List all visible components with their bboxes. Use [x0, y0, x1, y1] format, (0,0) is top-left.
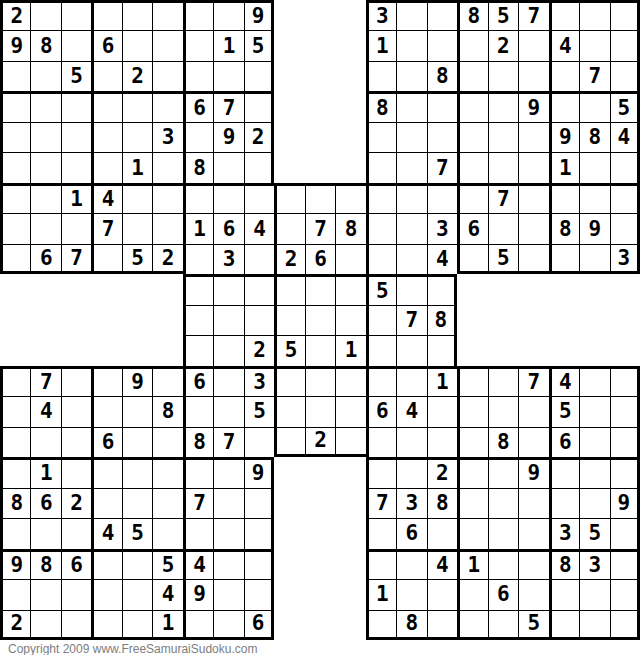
- cell-r18c2[interactable]: [30, 518, 60, 548]
- cell-r3c9[interactable]: [244, 61, 274, 91]
- cell-r15c10[interactable]: [274, 427, 304, 457]
- cell-r6c1[interactable]: [0, 152, 30, 182]
- cell-r12c14[interactable]: [396, 335, 426, 365]
- cell-r13c6[interactable]: [152, 366, 182, 396]
- cell-r17c2[interactable]: 6: [30, 488, 60, 518]
- cell-r9c10[interactable]: 2: [274, 244, 304, 274]
- cell-r11c9[interactable]: [244, 305, 274, 335]
- cell-r21c2[interactable]: [30, 610, 60, 640]
- cell-r7c3[interactable]: 1: [61, 183, 91, 213]
- cell-r8c19[interactable]: 8: [549, 213, 579, 243]
- cell-r14c16[interactable]: [457, 396, 487, 426]
- cell-r18c5[interactable]: 5: [122, 518, 152, 548]
- cell-r4c21[interactable]: 5: [610, 91, 640, 121]
- cell-r18c6[interactable]: [152, 518, 182, 548]
- cell-r5c9[interactable]: 2: [244, 122, 274, 152]
- cell-r12c15[interactable]: [427, 335, 457, 365]
- cell-r4c19[interactable]: [549, 91, 579, 121]
- cell-r14c18[interactable]: [518, 396, 548, 426]
- cell-r3c14[interactable]: [396, 61, 426, 91]
- cell-r21c1[interactable]: 2: [0, 610, 30, 640]
- cell-r17c9[interactable]: [244, 488, 274, 518]
- cell-r2c6[interactable]: [152, 30, 182, 60]
- cell-r15c1[interactable]: [0, 427, 30, 457]
- cell-r3c2[interactable]: [30, 61, 60, 91]
- cell-r11c14[interactable]: 7: [396, 305, 426, 335]
- cell-r18c4[interactable]: 4: [91, 518, 121, 548]
- cell-r18c13[interactable]: [366, 518, 396, 548]
- cell-r16c18[interactable]: 9: [518, 457, 548, 487]
- cell-r6c2[interactable]: [30, 152, 60, 182]
- cell-r16c9[interactable]: 9: [244, 457, 274, 487]
- cell-r1c13[interactable]: 3: [366, 0, 396, 30]
- cell-r9c21[interactable]: 3: [610, 244, 640, 274]
- cell-r21c17[interactable]: [488, 610, 518, 640]
- cell-r1c9[interactable]: 9: [244, 0, 274, 30]
- cell-r9c8[interactable]: 3: [213, 244, 243, 274]
- cell-r14c10[interactable]: [274, 396, 304, 426]
- cell-r5c15[interactable]: [427, 122, 457, 152]
- cell-r21c6[interactable]: 1: [152, 610, 182, 640]
- cell-r5c20[interactable]: 8: [579, 122, 609, 152]
- cell-r3c20[interactable]: 7: [579, 61, 609, 91]
- cell-r1c16[interactable]: 8: [457, 0, 487, 30]
- cell-r2c13[interactable]: 1: [366, 30, 396, 60]
- cell-r2c20[interactable]: [579, 30, 609, 60]
- cell-r15c12[interactable]: [335, 427, 365, 457]
- cell-r4c9[interactable]: [244, 91, 274, 121]
- cell-r21c15[interactable]: [427, 610, 457, 640]
- cell-r6c19[interactable]: 1: [549, 152, 579, 182]
- cell-r11c11[interactable]: [305, 305, 335, 335]
- cell-r8c9[interactable]: 4: [244, 213, 274, 243]
- cell-r3c18[interactable]: [518, 61, 548, 91]
- cell-r15c19[interactable]: 6: [549, 427, 579, 457]
- cell-r13c4[interactable]: [91, 366, 121, 396]
- cell-r21c13[interactable]: [366, 610, 396, 640]
- cell-r6c20[interactable]: [579, 152, 609, 182]
- cell-r1c15[interactable]: [427, 0, 457, 30]
- cell-r6c13[interactable]: [366, 152, 396, 182]
- cell-r5c7[interactable]: [183, 122, 213, 152]
- cell-r1c21[interactable]: [610, 0, 640, 30]
- cell-r16c19[interactable]: [549, 457, 579, 487]
- cell-r20c2[interactable]: [30, 579, 60, 609]
- cell-r18c18[interactable]: [518, 518, 548, 548]
- cell-r4c7[interactable]: 6: [183, 91, 213, 121]
- cell-r8c6[interactable]: [152, 213, 182, 243]
- cell-r13c15[interactable]: 1: [427, 366, 457, 396]
- cell-r6c6[interactable]: [152, 152, 182, 182]
- cell-r4c14[interactable]: [396, 91, 426, 121]
- cell-r6c7[interactable]: 8: [183, 152, 213, 182]
- cell-r12c7[interactable]: [183, 335, 213, 365]
- cell-r13c3[interactable]: [61, 366, 91, 396]
- cell-r20c14[interactable]: [396, 579, 426, 609]
- cell-r2c18[interactable]: [518, 30, 548, 60]
- cell-r7c12[interactable]: [335, 183, 365, 213]
- cell-r2c16[interactable]: [457, 30, 487, 60]
- cell-r4c5[interactable]: [122, 91, 152, 121]
- cell-r21c16[interactable]: [457, 610, 487, 640]
- cell-r13c21[interactable]: [610, 366, 640, 396]
- cell-r7c7[interactable]: [183, 183, 213, 213]
- cell-r9c13[interactable]: [366, 244, 396, 274]
- cell-r14c20[interactable]: [579, 396, 609, 426]
- cell-r13c20[interactable]: [579, 366, 609, 396]
- cell-r16c5[interactable]: [122, 457, 152, 487]
- cell-r13c19[interactable]: 4: [549, 366, 579, 396]
- cell-r20c1[interactable]: [0, 579, 30, 609]
- cell-r8c1[interactable]: [0, 213, 30, 243]
- cell-r9c3[interactable]: 7: [61, 244, 91, 274]
- cell-r4c8[interactable]: 7: [213, 91, 243, 121]
- cell-r20c13[interactable]: 1: [366, 579, 396, 609]
- cell-r15c15[interactable]: [427, 427, 457, 457]
- cell-r18c8[interactable]: [213, 518, 243, 548]
- cell-r19c16[interactable]: 1: [457, 549, 487, 579]
- cell-r10c7[interactable]: [183, 274, 213, 304]
- cell-r10c9[interactable]: [244, 274, 274, 304]
- cell-r17c1[interactable]: 8: [0, 488, 30, 518]
- cell-r3c4[interactable]: [91, 61, 121, 91]
- cell-r8c17[interactable]: [488, 213, 518, 243]
- cell-r12c11[interactable]: [305, 335, 335, 365]
- cell-r19c19[interactable]: 8: [549, 549, 579, 579]
- cell-r3c1[interactable]: [0, 61, 30, 91]
- cell-r16c14[interactable]: [396, 457, 426, 487]
- cell-r9c2[interactable]: 6: [30, 244, 60, 274]
- cell-r20c6[interactable]: 4: [152, 579, 182, 609]
- cell-r10c14[interactable]: [396, 274, 426, 304]
- cell-r15c18[interactable]: [518, 427, 548, 457]
- cell-r4c4[interactable]: [91, 91, 121, 121]
- cell-r21c7[interactable]: [183, 610, 213, 640]
- cell-r11c10[interactable]: [274, 305, 304, 335]
- cell-r20c5[interactable]: [122, 579, 152, 609]
- cell-r16c15[interactable]: 2: [427, 457, 457, 487]
- cell-r5c16[interactable]: [457, 122, 487, 152]
- cell-r14c15[interactable]: [427, 396, 457, 426]
- cell-r19c13[interactable]: [366, 549, 396, 579]
- cell-r6c5[interactable]: 1: [122, 152, 152, 182]
- cell-r14c5[interactable]: [122, 396, 152, 426]
- cell-r13c14[interactable]: [396, 366, 426, 396]
- cell-r13c16[interactable]: [457, 366, 487, 396]
- cell-r15c14[interactable]: [396, 427, 426, 457]
- cell-r14c12[interactable]: [335, 396, 365, 426]
- cell-r18c19[interactable]: 3: [549, 518, 579, 548]
- cell-r10c12[interactable]: [335, 274, 365, 304]
- cell-r9c12[interactable]: [335, 244, 365, 274]
- cell-r20c7[interactable]: 9: [183, 579, 213, 609]
- cell-r7c20[interactable]: [579, 183, 609, 213]
- cell-r17c21[interactable]: 9: [610, 488, 640, 518]
- cell-r13c10[interactable]: [274, 366, 304, 396]
- cell-r14c14[interactable]: 4: [396, 396, 426, 426]
- cell-r7c16[interactable]: [457, 183, 487, 213]
- cell-r5c17[interactable]: [488, 122, 518, 152]
- cell-r6c18[interactable]: [518, 152, 548, 182]
- cell-r5c21[interactable]: 4: [610, 122, 640, 152]
- cell-r20c9[interactable]: [244, 579, 274, 609]
- cell-r20c8[interactable]: [213, 579, 243, 609]
- cell-r18c20[interactable]: 5: [579, 518, 609, 548]
- cell-r5c19[interactable]: 9: [549, 122, 579, 152]
- cell-r3c16[interactable]: [457, 61, 487, 91]
- cell-r16c17[interactable]: [488, 457, 518, 487]
- cell-r15c4[interactable]: 6: [91, 427, 121, 457]
- cell-r5c6[interactable]: 3: [152, 122, 182, 152]
- cell-r5c1[interactable]: [0, 122, 30, 152]
- cell-r1c6[interactable]: [152, 0, 182, 30]
- cell-r11c15[interactable]: 8: [427, 305, 457, 335]
- cell-r10c8[interactable]: [213, 274, 243, 304]
- cell-r6c14[interactable]: [396, 152, 426, 182]
- cell-r7c6[interactable]: [152, 183, 182, 213]
- cell-r13c13[interactable]: [366, 366, 396, 396]
- cell-r16c4[interactable]: [91, 457, 121, 487]
- cell-r7c9[interactable]: [244, 183, 274, 213]
- cell-r10c13[interactable]: 5: [366, 274, 396, 304]
- cell-r17c13[interactable]: 7: [366, 488, 396, 518]
- cell-r3c5[interactable]: 2: [122, 61, 152, 91]
- cell-r7c1[interactable]: [0, 183, 30, 213]
- cell-r11c13[interactable]: [366, 305, 396, 335]
- cell-r13c5[interactable]: 9: [122, 366, 152, 396]
- cell-r19c21[interactable]: [610, 549, 640, 579]
- cell-r19c17[interactable]: [488, 549, 518, 579]
- cell-r7c10[interactable]: [274, 183, 304, 213]
- cell-r21c8[interactable]: [213, 610, 243, 640]
- cell-r17c17[interactable]: [488, 488, 518, 518]
- cell-r19c2[interactable]: 8: [30, 549, 60, 579]
- cell-r14c7[interactable]: [183, 396, 213, 426]
- cell-r5c4[interactable]: [91, 122, 121, 152]
- cell-r2c15[interactable]: [427, 30, 457, 60]
- cell-r19c6[interactable]: 5: [152, 549, 182, 579]
- cell-r17c19[interactable]: [549, 488, 579, 518]
- cell-r12c13[interactable]: [366, 335, 396, 365]
- cell-r17c14[interactable]: 3: [396, 488, 426, 518]
- cell-r18c9[interactable]: [244, 518, 274, 548]
- cell-r15c6[interactable]: [152, 427, 182, 457]
- cell-r8c18[interactable]: [518, 213, 548, 243]
- cell-r8c2[interactable]: [30, 213, 60, 243]
- cell-r6c15[interactable]: 7: [427, 152, 457, 182]
- cell-r15c7[interactable]: 8: [183, 427, 213, 457]
- cell-r5c18[interactable]: [518, 122, 548, 152]
- cell-r13c8[interactable]: [213, 366, 243, 396]
- cell-r9c6[interactable]: 2: [152, 244, 182, 274]
- cell-r9c7[interactable]: [183, 244, 213, 274]
- cell-r1c3[interactable]: [61, 0, 91, 30]
- cell-r18c17[interactable]: [488, 518, 518, 548]
- cell-r4c17[interactable]: [488, 91, 518, 121]
- cell-r1c14[interactable]: [396, 0, 426, 30]
- cell-r5c2[interactable]: [30, 122, 60, 152]
- cell-r19c8[interactable]: [213, 549, 243, 579]
- cell-r9c4[interactable]: [91, 244, 121, 274]
- cell-r1c2[interactable]: [30, 0, 60, 30]
- cell-r12c9[interactable]: 2: [244, 335, 274, 365]
- cell-r6c3[interactable]: [61, 152, 91, 182]
- cell-r16c21[interactable]: [610, 457, 640, 487]
- cell-r17c16[interactable]: [457, 488, 487, 518]
- cell-r8c11[interactable]: 7: [305, 213, 335, 243]
- cell-r19c1[interactable]: 9: [0, 549, 30, 579]
- cell-r18c7[interactable]: [183, 518, 213, 548]
- cell-r19c7[interactable]: 4: [183, 549, 213, 579]
- cell-r2c8[interactable]: 1: [213, 30, 243, 60]
- cell-r20c19[interactable]: [549, 579, 579, 609]
- cell-r15c17[interactable]: 8: [488, 427, 518, 457]
- cell-r8c15[interactable]: 3: [427, 213, 457, 243]
- cell-r14c13[interactable]: 6: [366, 396, 396, 426]
- cell-r4c20[interactable]: [579, 91, 609, 121]
- cell-r17c20[interactable]: [579, 488, 609, 518]
- cell-r17c7[interactable]: 7: [183, 488, 213, 518]
- cell-r20c17[interactable]: 6: [488, 579, 518, 609]
- cell-r20c3[interactable]: [61, 579, 91, 609]
- cell-r21c4[interactable]: [91, 610, 121, 640]
- cell-r2c21[interactable]: [610, 30, 640, 60]
- cell-r8c13[interactable]: [366, 213, 396, 243]
- cell-r11c8[interactable]: [213, 305, 243, 335]
- cell-r5c3[interactable]: [61, 122, 91, 152]
- cell-r15c5[interactable]: [122, 427, 152, 457]
- cell-r7c2[interactable]: [30, 183, 60, 213]
- cell-r7c14[interactable]: [396, 183, 426, 213]
- cell-r10c15[interactable]: [427, 274, 457, 304]
- cell-r17c18[interactable]: [518, 488, 548, 518]
- cell-r1c5[interactable]: [122, 0, 152, 30]
- cell-r20c4[interactable]: [91, 579, 121, 609]
- cell-r9c11[interactable]: 6: [305, 244, 335, 274]
- cell-r8c7[interactable]: 1: [183, 213, 213, 243]
- cell-r17c6[interactable]: [152, 488, 182, 518]
- cell-r16c20[interactable]: [579, 457, 609, 487]
- cell-r4c18[interactable]: 9: [518, 91, 548, 121]
- cell-r18c15[interactable]: [427, 518, 457, 548]
- cell-r16c3[interactable]: [61, 457, 91, 487]
- cell-r10c10[interactable]: [274, 274, 304, 304]
- cell-r7c17[interactable]: 7: [488, 183, 518, 213]
- cell-r21c5[interactable]: [122, 610, 152, 640]
- cell-r7c15[interactable]: [427, 183, 457, 213]
- cell-r2c7[interactable]: [183, 30, 213, 60]
- cell-r10c11[interactable]: [305, 274, 335, 304]
- cell-r20c18[interactable]: [518, 579, 548, 609]
- cell-r16c16[interactable]: [457, 457, 487, 487]
- cell-r7c8[interactable]: [213, 183, 243, 213]
- cell-r14c3[interactable]: [61, 396, 91, 426]
- cell-r21c14[interactable]: 8: [396, 610, 426, 640]
- cell-r5c5[interactable]: [122, 122, 152, 152]
- cell-r20c20[interactable]: [579, 579, 609, 609]
- cell-r15c20[interactable]: [579, 427, 609, 457]
- cell-r3c19[interactable]: [549, 61, 579, 91]
- cell-r14c2[interactable]: 4: [30, 396, 60, 426]
- cell-r3c8[interactable]: [213, 61, 243, 91]
- cell-r2c17[interactable]: 2: [488, 30, 518, 60]
- cell-r14c8[interactable]: [213, 396, 243, 426]
- cell-r1c19[interactable]: [549, 0, 579, 30]
- cell-r21c19[interactable]: [549, 610, 579, 640]
- cell-r16c1[interactable]: [0, 457, 30, 487]
- cell-r19c9[interactable]: [244, 549, 274, 579]
- cell-r14c11[interactable]: [305, 396, 335, 426]
- cell-r16c13[interactable]: [366, 457, 396, 487]
- cell-r7c11[interactable]: [305, 183, 335, 213]
- cell-r1c17[interactable]: 5: [488, 0, 518, 30]
- cell-r18c1[interactable]: [0, 518, 30, 548]
- cell-r8c3[interactable]: [61, 213, 91, 243]
- cell-r8c20[interactable]: 9: [579, 213, 609, 243]
- cell-r15c8[interactable]: 7: [213, 427, 243, 457]
- cell-r14c21[interactable]: [610, 396, 640, 426]
- cell-r1c8[interactable]: [213, 0, 243, 30]
- cell-r14c17[interactable]: [488, 396, 518, 426]
- cell-r18c14[interactable]: 6: [396, 518, 426, 548]
- cell-r11c7[interactable]: [183, 305, 213, 335]
- cell-r1c20[interactable]: [579, 0, 609, 30]
- cell-r13c9[interactable]: 3: [244, 366, 274, 396]
- cell-r19c4[interactable]: [91, 549, 121, 579]
- cell-r3c17[interactable]: [488, 61, 518, 91]
- cell-r19c14[interactable]: [396, 549, 426, 579]
- cell-r2c9[interactable]: 5: [244, 30, 274, 60]
- cell-r16c7[interactable]: [183, 457, 213, 487]
- cell-r9c5[interactable]: 5: [122, 244, 152, 274]
- cell-r2c2[interactable]: 8: [30, 30, 60, 60]
- cell-r6c8[interactable]: [213, 152, 243, 182]
- cell-r13c1[interactable]: [0, 366, 30, 396]
- cell-r7c19[interactable]: [549, 183, 579, 213]
- cell-r21c18[interactable]: 5: [518, 610, 548, 640]
- cell-r4c6[interactable]: [152, 91, 182, 121]
- cell-r2c4[interactable]: 6: [91, 30, 121, 60]
- cell-r20c16[interactable]: [457, 579, 487, 609]
- cell-r1c18[interactable]: 7: [518, 0, 548, 30]
- cell-r9c1[interactable]: [0, 244, 30, 274]
- cell-r2c1[interactable]: 9: [0, 30, 30, 60]
- cell-r9c9[interactable]: [244, 244, 274, 274]
- cell-r4c2[interactable]: [30, 91, 60, 121]
- cell-r14c1[interactable]: [0, 396, 30, 426]
- cell-r21c21[interactable]: [610, 610, 640, 640]
- cell-r13c17[interactable]: [488, 366, 518, 396]
- cell-r11c12[interactable]: [335, 305, 365, 335]
- cell-r9c17[interactable]: 5: [488, 244, 518, 274]
- cell-r19c15[interactable]: 4: [427, 549, 457, 579]
- cell-r20c21[interactable]: [610, 579, 640, 609]
- cell-r18c21[interactable]: [610, 518, 640, 548]
- cell-r13c11[interactable]: [305, 366, 335, 396]
- cell-r3c6[interactable]: [152, 61, 182, 91]
- cell-r12c8[interactable]: [213, 335, 243, 365]
- cell-r17c15[interactable]: 8: [427, 488, 457, 518]
- cell-r4c13[interactable]: 8: [366, 91, 396, 121]
- cell-r1c4[interactable]: [91, 0, 121, 30]
- cell-r15c3[interactable]: [61, 427, 91, 457]
- cell-r9c20[interactable]: [579, 244, 609, 274]
- cell-r5c8[interactable]: 9: [213, 122, 243, 152]
- cell-r7c13[interactable]: [366, 183, 396, 213]
- cell-r8c12[interactable]: 8: [335, 213, 365, 243]
- cell-r16c8[interactable]: [213, 457, 243, 487]
- cell-r1c7[interactable]: [183, 0, 213, 30]
